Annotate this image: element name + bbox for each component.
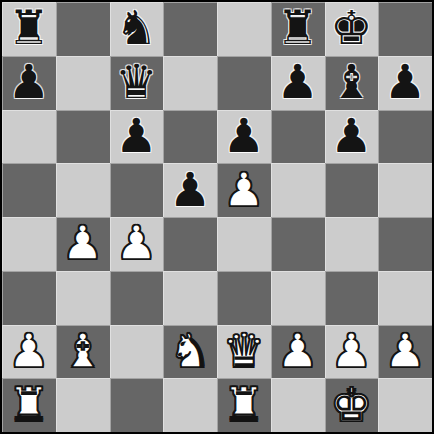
square-e7[interactable] [217, 56, 271, 110]
black-rook: ♜ [277, 4, 319, 51]
black-pawn: ♟ [169, 166, 211, 213]
square-a3[interactable] [2, 271, 56, 325]
square-c7[interactable]: ♛ [110, 56, 164, 110]
black-queen: ♛ [115, 58, 157, 105]
square-b2[interactable]: ♝ [56, 325, 110, 379]
square-c3[interactable] [110, 271, 164, 325]
square-f5[interactable] [271, 163, 325, 217]
square-b5[interactable] [56, 163, 110, 217]
square-a8[interactable]: ♜ [2, 2, 56, 56]
black-rook: ♜ [8, 4, 50, 51]
black-pawn: ♟ [223, 112, 265, 159]
square-h7[interactable]: ♟ [378, 56, 432, 110]
square-h1[interactable] [378, 378, 432, 432]
square-f7[interactable]: ♟ [271, 56, 325, 110]
square-b7[interactable] [56, 56, 110, 110]
square-d8[interactable] [163, 2, 217, 56]
square-b6[interactable] [56, 110, 110, 164]
black-pawn: ♟ [8, 58, 50, 105]
square-a5[interactable] [2, 163, 56, 217]
square-e4[interactable] [217, 217, 271, 271]
square-a1[interactable]: ♜ [2, 378, 56, 432]
square-a4[interactable] [2, 217, 56, 271]
square-a7[interactable]: ♟ [2, 56, 56, 110]
black-pawn: ♟ [277, 58, 319, 105]
square-g1[interactable]: ♚ [325, 378, 379, 432]
black-knight: ♞ [115, 4, 157, 51]
square-d4[interactable] [163, 217, 217, 271]
square-d1[interactable] [163, 378, 217, 432]
square-d6[interactable] [163, 110, 217, 164]
square-c8[interactable]: ♞ [110, 2, 164, 56]
square-g2[interactable]: ♟ [325, 325, 379, 379]
white-pawn: ♟ [277, 327, 319, 374]
square-e3[interactable] [217, 271, 271, 325]
square-d7[interactable] [163, 56, 217, 110]
square-b4[interactable]: ♟ [56, 217, 110, 271]
square-h3[interactable] [378, 271, 432, 325]
square-c5[interactable] [110, 163, 164, 217]
square-g7[interactable]: ♝ [325, 56, 379, 110]
square-g5[interactable] [325, 163, 379, 217]
square-b8[interactable] [56, 2, 110, 56]
square-g8[interactable]: ♚ [325, 2, 379, 56]
white-pawn: ♟ [384, 327, 426, 374]
square-f2[interactable]: ♟ [271, 325, 325, 379]
square-f6[interactable] [271, 110, 325, 164]
square-d5[interactable]: ♟ [163, 163, 217, 217]
square-e1[interactable]: ♜ [217, 378, 271, 432]
square-e8[interactable] [217, 2, 271, 56]
square-b1[interactable] [56, 378, 110, 432]
square-e2[interactable]: ♛ [217, 325, 271, 379]
square-e5[interactable]: ♟ [217, 163, 271, 217]
square-h5[interactable] [378, 163, 432, 217]
white-bishop: ♝ [62, 327, 104, 374]
square-g6[interactable]: ♟ [325, 110, 379, 164]
black-pawn: ♟ [115, 112, 157, 159]
square-d2[interactable]: ♞ [163, 325, 217, 379]
white-rook: ♜ [8, 381, 50, 428]
square-g3[interactable] [325, 271, 379, 325]
square-h4[interactable] [378, 217, 432, 271]
white-king: ♚ [330, 381, 372, 428]
white-pawn: ♟ [223, 166, 265, 213]
white-pawn: ♟ [330, 327, 372, 374]
square-f8[interactable]: ♜ [271, 2, 325, 56]
square-h6[interactable] [378, 110, 432, 164]
white-pawn: ♟ [8, 327, 50, 374]
square-f4[interactable] [271, 217, 325, 271]
square-g4[interactable] [325, 217, 379, 271]
black-bishop: ♝ [330, 58, 372, 105]
white-pawn: ♟ [62, 219, 104, 266]
square-a6[interactable] [2, 110, 56, 164]
white-pawn: ♟ [115, 219, 157, 266]
black-king: ♚ [330, 4, 372, 51]
square-h2[interactable]: ♟ [378, 325, 432, 379]
square-c2[interactable] [110, 325, 164, 379]
chess-board: ♜♞♜♚♟♛♟♝♟♟♟♟♟♟♟♟♟♝♞♛♟♟♟♜♜♚ [2, 2, 432, 432]
black-pawn: ♟ [330, 112, 372, 159]
square-b3[interactable] [56, 271, 110, 325]
square-f1[interactable] [271, 378, 325, 432]
square-c4[interactable]: ♟ [110, 217, 164, 271]
chess-board-frame: ♜♞♜♚♟♛♟♝♟♟♟♟♟♟♟♟♟♝♞♛♟♟♟♜♜♚ [0, 0, 434, 434]
square-h8[interactable] [378, 2, 432, 56]
square-f3[interactable] [271, 271, 325, 325]
square-e6[interactable]: ♟ [217, 110, 271, 164]
white-queen: ♛ [223, 327, 265, 374]
square-c1[interactable] [110, 378, 164, 432]
square-c6[interactable]: ♟ [110, 110, 164, 164]
white-knight: ♞ [169, 327, 211, 374]
black-pawn: ♟ [384, 58, 426, 105]
white-rook: ♜ [223, 381, 265, 428]
square-a2[interactable]: ♟ [2, 325, 56, 379]
square-d3[interactable] [163, 271, 217, 325]
